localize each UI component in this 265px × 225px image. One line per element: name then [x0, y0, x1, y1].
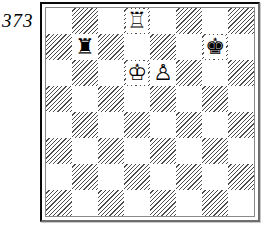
square-b1	[72, 190, 98, 216]
square-d7	[124, 34, 150, 60]
square-h4	[228, 112, 254, 138]
square-a1	[46, 190, 72, 216]
square-f8	[176, 8, 202, 34]
square-a4	[46, 112, 72, 138]
chess-board-frame: ♖♜♚♔♙	[40, 2, 260, 222]
square-g2	[202, 164, 228, 190]
square-e1	[150, 190, 176, 216]
square-b4	[72, 112, 98, 138]
square-g8	[202, 8, 228, 34]
square-f1	[176, 190, 202, 216]
square-d4	[124, 112, 150, 138]
piece-white-king-d6: ♔	[126, 61, 148, 85]
square-h1	[228, 190, 254, 216]
piece-white-rook-d8: ♖	[126, 9, 148, 33]
square-f3	[176, 138, 202, 164]
square-h3	[228, 138, 254, 164]
square-a5	[46, 86, 72, 112]
square-b6	[72, 60, 98, 86]
square-h7	[228, 34, 254, 60]
square-d5	[124, 86, 150, 112]
square-g4	[202, 112, 228, 138]
square-c2	[98, 164, 124, 190]
square-d2	[124, 164, 150, 190]
square-h2	[228, 164, 254, 190]
square-e3	[150, 138, 176, 164]
square-h6	[228, 60, 254, 86]
square-c7	[98, 34, 124, 60]
square-e2	[150, 164, 176, 190]
square-e6: ♙	[150, 60, 176, 86]
square-c6	[98, 60, 124, 86]
square-b2	[72, 164, 98, 190]
piece-white-pawn-e6: ♙	[152, 61, 174, 85]
square-a6	[46, 60, 72, 86]
piece-black-king-g7: ♚	[204, 35, 226, 59]
square-b8	[72, 8, 98, 34]
square-d3	[124, 138, 150, 164]
square-f7	[176, 34, 202, 60]
square-e8	[150, 8, 176, 34]
square-c3	[98, 138, 124, 164]
square-h8	[228, 8, 254, 34]
square-a2	[46, 164, 72, 190]
square-e5	[150, 86, 176, 112]
puzzle-number: 373	[2, 10, 34, 32]
square-g6	[202, 60, 228, 86]
square-c1	[98, 190, 124, 216]
square-d8: ♖	[124, 8, 150, 34]
square-c8	[98, 8, 124, 34]
square-h5	[228, 86, 254, 112]
square-g1	[202, 190, 228, 216]
square-g7: ♚	[202, 34, 228, 60]
square-d6: ♔	[124, 60, 150, 86]
square-f5	[176, 86, 202, 112]
square-d1	[124, 190, 150, 216]
square-e4	[150, 112, 176, 138]
chess-board: ♖♜♚♔♙	[45, 7, 255, 217]
square-f2	[176, 164, 202, 190]
square-g5	[202, 86, 228, 112]
square-c4	[98, 112, 124, 138]
square-g3	[202, 138, 228, 164]
square-a7	[46, 34, 72, 60]
piece-black-rook-b7: ♜	[74, 35, 96, 59]
square-f6	[176, 60, 202, 86]
square-e7	[150, 34, 176, 60]
square-f4	[176, 112, 202, 138]
square-a8	[46, 8, 72, 34]
square-b5	[72, 86, 98, 112]
square-b3	[72, 138, 98, 164]
square-a3	[46, 138, 72, 164]
square-c5	[98, 86, 124, 112]
square-b7: ♜	[72, 34, 98, 60]
puzzle-page: 373 ♖♜♚♔♙	[0, 0, 265, 225]
